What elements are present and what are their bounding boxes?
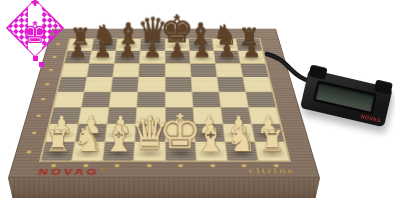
led-slot [36,92,50,108]
led-indicator [179,164,183,167]
led-slot [101,162,133,168]
square-a5[interactable] [58,77,87,91]
led-indicator [83,164,87,167]
square-a4[interactable] [54,92,84,107]
novag-brand-label: NOVAG® [37,167,105,177]
square-g5[interactable] [217,77,245,91]
registered-mark: ® [99,167,105,172]
square-d5[interactable] [138,77,164,91]
square-c5[interactable] [112,77,139,91]
led-slot [133,162,165,168]
square-g4[interactable] [219,92,248,107]
novag-diamond-logo: ♚ [2,0,68,72]
square-f6[interactable] [190,64,216,77]
cabinet-front-edge [8,178,320,198]
device-corner-bump-left [308,64,327,80]
square-h4[interactable] [246,92,276,107]
led-slot [165,162,197,168]
square-b6[interactable] [87,64,114,77]
square-d6[interactable] [139,64,164,77]
square-b5[interactable] [85,77,113,91]
piece-black-pawn-h7[interactable]: ♟ [230,41,273,60]
square-c4[interactable] [110,92,138,107]
square-g6[interactable] [216,64,243,77]
led-indicator [211,164,215,167]
led-indicator [41,98,45,100]
led-indicator [242,164,246,167]
led-indicator [115,164,119,167]
piece-white-knight-b1[interactable]: ♞ [61,123,115,156]
board-grid: ♜♞♝♛♚♝♞♜♟♟♟♟♟♟♟♟♟♟♟♟♟♟♟♟♜♞♝♛♚♝♞♜ [39,38,291,162]
square-g1[interactable]: ♞ [225,142,257,161]
square-e6[interactable] [165,64,190,77]
led-slot [197,162,229,168]
device-novag-logo: NOVAG [361,113,382,123]
led-indicator [45,83,49,85]
led-indicator [52,164,56,167]
square-b1[interactable]: ♞ [72,142,104,161]
piece-white-knight-g1[interactable]: ♞ [215,123,269,156]
square-h7[interactable]: ♟ [238,51,265,63]
square-e5[interactable] [165,77,191,91]
square-c6[interactable] [113,64,139,77]
citrine-model-label: citrine [248,166,297,176]
logo-king-icon: ♚ [22,15,49,50]
device-corner-bump-right [374,79,393,95]
square-h6[interactable] [241,64,269,77]
led-slot [40,77,54,92]
led-indicator [147,164,151,167]
device-lcd-screen [313,80,377,114]
square-b4[interactable] [82,92,111,107]
square-f5[interactable] [191,77,218,91]
photo-stage: ♜♞♝♛♚♝♞♜♟♟♟♟♟♟♟♟♟♟♟♟♟♟♟♟♜♞♝♛♚♝♞♜ NOVAG® … [0,0,395,218]
square-h5[interactable] [243,77,272,91]
